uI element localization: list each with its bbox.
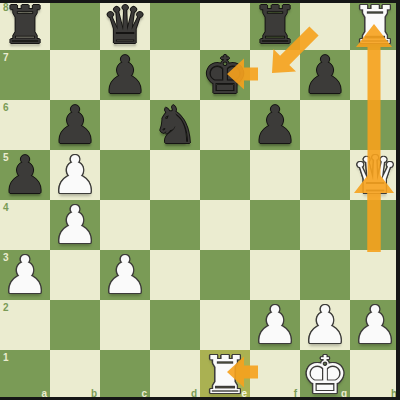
screen-edge-right <box>396 0 400 400</box>
square-d3[interactable] <box>150 250 200 300</box>
square-e8[interactable] <box>200 0 250 50</box>
square-d8[interactable] <box>150 0 200 50</box>
piece-white-pawn-h2[interactable]: ♟ <box>350 300 400 350</box>
square-f1[interactable]: f <box>250 350 300 400</box>
screen-edge-top <box>0 0 400 3</box>
square-e7[interactable]: ♚ <box>200 50 250 100</box>
piece-black-rook-a8[interactable]: ♜ <box>0 0 50 50</box>
square-a1[interactable]: 1a <box>0 350 50 400</box>
square-g3[interactable] <box>300 250 350 300</box>
piece-white-pawn-b4[interactable]: ♟ <box>50 200 100 250</box>
square-a5[interactable]: 5♟ <box>0 150 50 200</box>
square-b2[interactable] <box>50 300 100 350</box>
square-g7[interactable]: ♟ <box>300 50 350 100</box>
square-c1[interactable]: c <box>100 350 150 400</box>
square-h2[interactable]: ♟ <box>350 300 400 350</box>
square-e5[interactable] <box>200 150 250 200</box>
square-e4[interactable] <box>200 200 250 250</box>
square-h4[interactable] <box>350 200 400 250</box>
piece-white-rook-e1[interactable]: ♜ <box>200 350 250 400</box>
square-f5[interactable] <box>250 150 300 200</box>
square-f2[interactable]: ♟ <box>250 300 300 350</box>
square-h1[interactable]: h <box>350 350 400 400</box>
square-a6[interactable]: 6 <box>0 100 50 150</box>
square-c7[interactable]: ♟ <box>100 50 150 100</box>
square-d4[interactable] <box>150 200 200 250</box>
square-f7[interactable] <box>250 50 300 100</box>
piece-black-pawn-a5[interactable]: ♟ <box>0 150 50 200</box>
square-d5[interactable] <box>150 150 200 200</box>
piece-black-pawn-c7[interactable]: ♟ <box>100 50 150 100</box>
square-c8[interactable]: ♛ <box>100 0 150 50</box>
square-g2[interactable]: ♟ <box>300 300 350 350</box>
square-d1[interactable]: d <box>150 350 200 400</box>
square-d7[interactable] <box>150 50 200 100</box>
square-b6[interactable]: ♟ <box>50 100 100 150</box>
square-c6[interactable] <box>100 100 150 150</box>
square-h8[interactable]: ♜ <box>350 0 400 50</box>
square-a7[interactable]: 7 <box>0 50 50 100</box>
square-g1[interactable]: g♚ <box>300 350 350 400</box>
square-g5[interactable] <box>300 150 350 200</box>
square-e1[interactable]: e♜ <box>200 350 250 400</box>
square-h3[interactable] <box>350 250 400 300</box>
square-b3[interactable] <box>50 250 100 300</box>
square-e2[interactable] <box>200 300 250 350</box>
square-g6[interactable] <box>300 100 350 150</box>
square-c3[interactable]: ♟ <box>100 250 150 300</box>
piece-black-pawn-b6[interactable]: ♟ <box>50 100 100 150</box>
square-f6[interactable]: ♟ <box>250 100 300 150</box>
square-a4[interactable]: 4 <box>0 200 50 250</box>
piece-white-pawn-a3[interactable]: ♟ <box>0 250 50 300</box>
square-d6[interactable]: ♞ <box>150 100 200 150</box>
square-c5[interactable] <box>100 150 150 200</box>
piece-white-pawn-c3[interactable]: ♟ <box>100 250 150 300</box>
square-e6[interactable] <box>200 100 250 150</box>
square-a3[interactable]: 3♟ <box>0 250 50 300</box>
square-d2[interactable] <box>150 300 200 350</box>
chess-app-screenshot: 8♜♛♜♜7♟♚♟6♟♞♟5♟♟♛4♟3♟♟2♟♟♟1abcde♜fg♚h <box>0 0 400 400</box>
square-g4[interactable] <box>300 200 350 250</box>
square-e3[interactable] <box>200 250 250 300</box>
square-b5[interactable]: ♟ <box>50 150 100 200</box>
piece-black-pawn-g7[interactable]: ♟ <box>300 50 350 100</box>
chess-board: 8♜♛♜♜7♟♚♟6♟♞♟5♟♟♛4♟3♟♟2♟♟♟1abcde♜fg♚h <box>0 0 400 400</box>
square-f8[interactable]: ♜ <box>250 0 300 50</box>
piece-black-king-e7[interactable]: ♚ <box>200 50 250 100</box>
piece-white-pawn-b5[interactable]: ♟ <box>50 150 100 200</box>
square-a8[interactable]: 8♜ <box>0 0 50 50</box>
square-h7[interactable] <box>350 50 400 100</box>
piece-black-pawn-f6[interactable]: ♟ <box>250 100 300 150</box>
square-b8[interactable] <box>50 0 100 50</box>
piece-black-knight-d6[interactable]: ♞ <box>150 100 200 150</box>
square-c2[interactable] <box>100 300 150 350</box>
square-h5[interactable]: ♛ <box>350 150 400 200</box>
piece-white-pawn-f2[interactable]: ♟ <box>250 300 300 350</box>
rank-label-6: 6 <box>3 102 9 113</box>
square-b4[interactable]: ♟ <box>50 200 100 250</box>
piece-black-rook-f8[interactable]: ♜ <box>250 0 300 50</box>
square-h6[interactable] <box>350 100 400 150</box>
square-c4[interactable] <box>100 200 150 250</box>
piece-white-pawn-g2[interactable]: ♟ <box>300 300 350 350</box>
piece-black-queen-c8[interactable]: ♛ <box>100 0 150 50</box>
piece-white-king-g1[interactable]: ♚ <box>300 350 350 400</box>
square-a2[interactable]: 2 <box>0 300 50 350</box>
piece-white-queen-h5[interactable]: ♛ <box>350 150 400 200</box>
square-g8[interactable] <box>300 0 350 50</box>
rank-label-1: 1 <box>3 352 9 363</box>
square-f3[interactable] <box>250 250 300 300</box>
piece-white-rook-h8[interactable]: ♜ <box>350 0 400 50</box>
square-f4[interactable] <box>250 200 300 250</box>
square-b1[interactable]: b <box>50 350 100 400</box>
square-b7[interactable] <box>50 50 100 100</box>
